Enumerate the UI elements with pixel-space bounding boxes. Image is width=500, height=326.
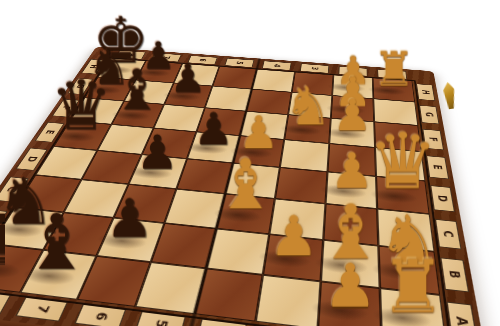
near-rank-label-6-label: 6	[92, 311, 109, 321]
near-rank-label-8: 8	[0, 290, 11, 314]
left-file-label-E-label: E	[44, 130, 57, 135]
photo-scene: 8877665544332211HHGGFFEEDDCCBBAA♚♟♟♜♞♟♟♝…	[0, 0, 500, 326]
near-rank-label-5: 5	[135, 311, 186, 326]
far-rank-label-5-label: 5	[235, 61, 245, 65]
left-file-label-F-label: F	[60, 106, 72, 110]
near-rank-label-7: 7	[15, 297, 68, 322]
black-pawn-d6[interactable]: ♟	[116, 128, 198, 175]
far-rank-label-2-label: 2	[349, 69, 358, 73]
black-bishop-a7[interactable]: ♝	[7, 204, 106, 281]
near-rank-label-6: 6	[74, 304, 126, 326]
white-rook-a1[interactable]: ♜	[360, 250, 466, 323]
far-rank-label-4-label: 4	[272, 64, 281, 68]
near-rank-label-5-label: 5	[152, 319, 169, 326]
right-file-label-H-label: H	[420, 90, 430, 95]
board-perspective-wrap: 8877665544332211HHGGFFEEDDCCBBAA♚♟♟♜♞♟♟♝…	[0, 47, 491, 326]
far-rank-label-3-label: 3	[310, 67, 319, 71]
brass-clasp-icon	[442, 81, 457, 109]
far-rank-label-7-label: 7	[161, 56, 171, 60]
left-file-label-G-label: G	[75, 84, 87, 89]
far-rank-label-6-label: 6	[198, 58, 208, 62]
far-rank-label-8-label: 8	[126, 53, 136, 56]
left-file-label-D-label: D	[25, 156, 39, 163]
near-rank-label-7-label: 7	[33, 304, 50, 314]
chess-board[interactable]: 8877665544332211HHGGFFEEDDCCBBAA♚♟♟♜♞♟♟♝…	[0, 47, 491, 326]
far-rank-label-1-label: 1	[387, 72, 396, 76]
black-queen-e8[interactable]: ♛	[43, 70, 119, 138]
left-file-label-H-label: H	[88, 64, 99, 68]
